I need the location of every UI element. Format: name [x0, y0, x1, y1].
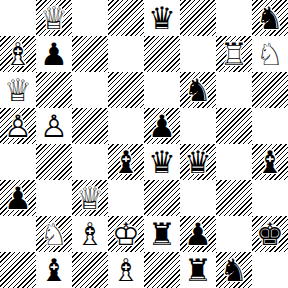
square-f3[interactable]: [180, 180, 216, 216]
white-bishop: ♗: [72, 216, 108, 252]
square-f4[interactable]: ♛♛: [180, 144, 216, 180]
black-king: ♚: [252, 216, 288, 252]
white-pawn: ♙: [0, 108, 36, 144]
black-pawn-halo: ♟: [0, 180, 36, 216]
square-g6[interactable]: [216, 72, 252, 108]
black-pawn-halo: ♟: [36, 36, 72, 72]
square-d8[interactable]: [108, 0, 144, 36]
square-h3[interactable]: [252, 180, 288, 216]
white-knight-halo: ♞: [36, 216, 72, 252]
white-bishop-halo: ♝: [72, 216, 108, 252]
square-d4[interactable]: ♝♝: [108, 144, 144, 180]
square-a4[interactable]: [0, 144, 36, 180]
white-king: ♔: [108, 216, 144, 252]
white-knight: ♘: [252, 36, 288, 72]
black-pawn: ♟: [0, 180, 36, 216]
white-queen: ♕: [36, 0, 72, 36]
square-h8[interactable]: ♞♞: [252, 0, 288, 36]
square-e2[interactable]: ♜♜: [144, 216, 180, 252]
square-c2[interactable]: ♝♗: [72, 216, 108, 252]
square-b4[interactable]: [36, 144, 72, 180]
square-f5[interactable]: [180, 108, 216, 144]
black-knight: ♞: [252, 0, 288, 36]
white-pawn: ♙: [36, 108, 72, 144]
square-b3[interactable]: [36, 180, 72, 216]
square-c3[interactable]: ♛♕: [72, 180, 108, 216]
black-queen-halo: ♛: [144, 0, 180, 36]
square-c8[interactable]: [72, 0, 108, 36]
white-pawn-halo: ♟: [36, 108, 72, 144]
black-knight-halo: ♞: [252, 0, 288, 36]
white-bishop-halo: ♝: [0, 36, 36, 72]
square-g4[interactable]: [216, 144, 252, 180]
black-rook: ♜: [180, 252, 216, 288]
square-e4[interactable]: ♛♛: [144, 144, 180, 180]
square-h7[interactable]: ♞♘: [252, 36, 288, 72]
white-queen-halo: ♛: [36, 0, 72, 36]
square-e1[interactable]: [144, 252, 180, 288]
square-b1[interactable]: ♝♝: [36, 252, 72, 288]
square-c4[interactable]: [72, 144, 108, 180]
black-queen-halo: ♛: [144, 144, 180, 180]
black-knight-halo: ♞: [216, 252, 252, 288]
square-f1[interactable]: ♜♜: [180, 252, 216, 288]
square-h2[interactable]: ♚♚: [252, 216, 288, 252]
black-bishop-halo: ♝: [108, 144, 144, 180]
black-pawn: ♟: [36, 36, 72, 72]
white-king-halo: ♚: [108, 216, 144, 252]
square-e5[interactable]: ♟♟: [144, 108, 180, 144]
white-queen: ♕: [0, 72, 36, 108]
square-a1[interactable]: [0, 252, 36, 288]
square-h4[interactable]: ♝♝: [252, 144, 288, 180]
black-rook-halo: ♜: [180, 252, 216, 288]
square-f7[interactable]: [180, 36, 216, 72]
white-knight: ♘: [36, 216, 72, 252]
square-e7[interactable]: [144, 36, 180, 72]
black-bishop-halo: ♝: [252, 144, 288, 180]
square-c5[interactable]: [72, 108, 108, 144]
square-d6[interactable]: [108, 72, 144, 108]
square-h6[interactable]: [252, 72, 288, 108]
black-knight: ♞: [216, 252, 252, 288]
square-g7[interactable]: ♜♖: [216, 36, 252, 72]
white-rook-halo: ♜: [216, 36, 252, 72]
square-f8[interactable]: [180, 0, 216, 36]
square-b7[interactable]: ♟♟: [36, 36, 72, 72]
square-d1[interactable]: ♝♗: [108, 252, 144, 288]
square-d7[interactable]: [108, 36, 144, 72]
black-knight-halo: ♞: [180, 72, 216, 108]
square-c7[interactable]: [72, 36, 108, 72]
black-bishop: ♝: [252, 144, 288, 180]
black-bishop: ♝: [108, 144, 144, 180]
square-f6[interactable]: ♞♞: [180, 72, 216, 108]
white-knight-halo: ♞: [252, 36, 288, 72]
white-queen: ♕: [72, 180, 108, 216]
square-c1[interactable]: [72, 252, 108, 288]
black-pawn: ♟: [180, 216, 216, 252]
square-h1[interactable]: [252, 252, 288, 288]
white-bishop: ♗: [108, 252, 144, 288]
black-queen: ♛: [180, 144, 216, 180]
white-bishop: ♗: [0, 36, 36, 72]
square-b8[interactable]: ♛♕: [36, 0, 72, 36]
black-knight: ♞: [180, 72, 216, 108]
square-b5[interactable]: ♟♙: [36, 108, 72, 144]
square-b6[interactable]: [36, 72, 72, 108]
square-a2[interactable]: [0, 216, 36, 252]
black-queen: ♛: [144, 144, 180, 180]
square-g8[interactable]: [216, 0, 252, 36]
white-queen-halo: ♛: [0, 72, 36, 108]
black-bishop-halo: ♝: [36, 252, 72, 288]
square-a8[interactable]: [0, 0, 36, 36]
square-e6[interactable]: [144, 72, 180, 108]
square-e3[interactable]: [144, 180, 180, 216]
black-rook-halo: ♜: [144, 216, 180, 252]
square-a3[interactable]: ♟♟: [0, 180, 36, 216]
black-rook: ♜: [144, 216, 180, 252]
square-c6[interactable]: [72, 72, 108, 108]
square-e8[interactable]: ♛♛: [144, 0, 180, 36]
square-a7[interactable]: ♝♗: [0, 36, 36, 72]
chess-board: ♛♕♛♛♞♞♝♗♟♟♜♖♞♘♛♕♞♞♟♙♟♙♟♟♝♝♛♛♛♛♝♝♟♟♛♕♞♘♝♗…: [0, 0, 288, 288]
square-b2[interactable]: ♞♘: [36, 216, 72, 252]
black-pawn: ♟: [144, 108, 180, 144]
square-g2[interactable]: [216, 216, 252, 252]
black-queen-halo: ♛: [180, 144, 216, 180]
black-pawn-halo: ♟: [180, 216, 216, 252]
square-g1[interactable]: ♞♞: [216, 252, 252, 288]
square-d2[interactable]: ♚♔: [108, 216, 144, 252]
square-d5[interactable]: [108, 108, 144, 144]
square-h5[interactable]: [252, 108, 288, 144]
black-queen: ♛: [144, 0, 180, 36]
black-king-halo: ♚: [252, 216, 288, 252]
square-f2[interactable]: ♟♟: [180, 216, 216, 252]
square-g3[interactable]: [216, 180, 252, 216]
square-g5[interactable]: [216, 108, 252, 144]
white-pawn-halo: ♟: [0, 108, 36, 144]
white-queen-halo: ♛: [72, 180, 108, 216]
square-d3[interactable]: [108, 180, 144, 216]
white-rook: ♖: [216, 36, 252, 72]
square-a5[interactable]: ♟♙: [0, 108, 36, 144]
black-bishop: ♝: [36, 252, 72, 288]
black-pawn-halo: ♟: [144, 108, 180, 144]
white-bishop-halo: ♝: [108, 252, 144, 288]
square-a6[interactable]: ♛♕: [0, 72, 36, 108]
